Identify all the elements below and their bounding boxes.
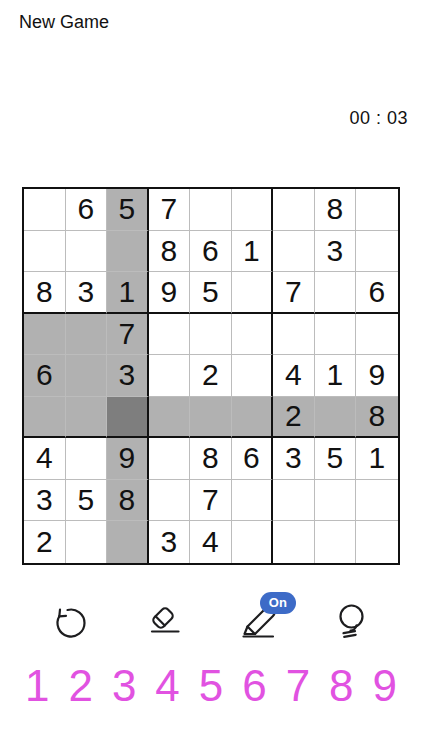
cell-r9c5[interactable]: 4 — [190, 521, 232, 563]
cell-r3c3[interactable]: 1 — [107, 272, 149, 314]
pencil-button[interactable]: On — [235, 598, 281, 646]
cell-r7c2[interactable] — [66, 438, 108, 480]
cell-r3c4[interactable]: 9 — [149, 272, 191, 314]
cell-r8c4[interactable] — [149, 480, 191, 522]
cell-r6c4[interactable] — [149, 397, 191, 439]
lightbulb-icon — [329, 600, 373, 644]
cell-r4c5[interactable] — [190, 314, 232, 356]
cell-r2c5[interactable]: 6 — [190, 231, 232, 273]
cell-r1c7[interactable] — [273, 189, 315, 231]
cell-r9c2[interactable] — [66, 521, 108, 563]
undo-button[interactable] — [48, 598, 94, 646]
cell-r2c3[interactable] — [107, 231, 149, 273]
cell-r7c7[interactable]: 3 — [273, 438, 315, 480]
cell-r2c7[interactable] — [273, 231, 315, 273]
cell-r6c8[interactable] — [315, 397, 357, 439]
cell-r3c1[interactable]: 8 — [24, 272, 66, 314]
numpad-key-9[interactable]: 9 — [373, 660, 397, 713]
cell-r5c9[interactable]: 9 — [356, 355, 398, 397]
cell-r4c8[interactable] — [315, 314, 357, 356]
cell-r3c2[interactable]: 3 — [66, 272, 108, 314]
toolbar: On — [0, 596, 422, 648]
cell-r7c6[interactable]: 6 — [232, 438, 274, 480]
cell-r6c5[interactable] — [190, 397, 232, 439]
cell-r7c1[interactable]: 4 — [24, 438, 66, 480]
numpad-key-5[interactable]: 5 — [199, 660, 223, 713]
numpad-key-6[interactable]: 6 — [242, 660, 266, 713]
eraser-icon — [142, 600, 186, 644]
cell-r1c8[interactable]: 8 — [315, 189, 357, 231]
numpad: 123456789 — [0, 660, 422, 713]
cell-r1c5[interactable] — [190, 189, 232, 231]
cell-r9c6[interactable] — [232, 521, 274, 563]
cell-r4c3[interactable]: 7 — [107, 314, 149, 356]
cell-r7c3[interactable]: 9 — [107, 438, 149, 480]
new-game-button[interactable]: New Game — [19, 12, 109, 33]
cell-r9c7[interactable] — [273, 521, 315, 563]
cell-r1c6[interactable] — [232, 189, 274, 231]
cell-r5c3[interactable]: 3 — [107, 355, 149, 397]
cell-r6c1[interactable] — [24, 397, 66, 439]
cell-r1c4[interactable]: 7 — [149, 189, 191, 231]
cell-r8c2[interactable]: 5 — [66, 480, 108, 522]
cell-r9c1[interactable]: 2 — [24, 521, 66, 563]
cell-r4c7[interactable] — [273, 314, 315, 356]
sudoku-screen: New Game 00 : 03 65788613831957676324192… — [0, 0, 422, 750]
cell-r9c9[interactable] — [356, 521, 398, 563]
cell-r6c6[interactable] — [232, 397, 274, 439]
cell-r5c1[interactable]: 6 — [24, 355, 66, 397]
cell-r7c8[interactable]: 5 — [315, 438, 357, 480]
undo-icon — [49, 600, 93, 644]
numpad-key-7[interactable]: 7 — [286, 660, 310, 713]
cell-r8c6[interactable] — [232, 480, 274, 522]
numpad-key-3[interactable]: 3 — [112, 660, 136, 713]
cell-r2c9[interactable] — [356, 231, 398, 273]
pencil-on-badge: On — [260, 592, 296, 614]
cell-r3c6[interactable] — [232, 272, 274, 314]
cell-r4c6[interactable] — [232, 314, 274, 356]
cell-r6c9[interactable]: 8 — [356, 397, 398, 439]
cell-r3c5[interactable]: 5 — [190, 272, 232, 314]
cell-r9c4[interactable]: 3 — [149, 521, 191, 563]
cell-r2c8[interactable]: 3 — [315, 231, 357, 273]
cell-r5c8[interactable]: 1 — [315, 355, 357, 397]
cell-r9c3[interactable] — [107, 521, 149, 563]
cell-r1c1[interactable] — [24, 189, 66, 231]
numpad-key-8[interactable]: 8 — [329, 660, 353, 713]
cell-r4c9[interactable] — [356, 314, 398, 356]
sudoku-board: 65788613831957676324192849863513587234 — [22, 187, 400, 565]
cell-r2c4[interactable]: 8 — [149, 231, 191, 273]
cell-r5c7[interactable]: 4 — [273, 355, 315, 397]
cell-r3c8[interactable] — [315, 272, 357, 314]
timer: 00 : 03 — [349, 108, 408, 129]
cell-r7c4[interactable] — [149, 438, 191, 480]
cell-r2c1[interactable] — [24, 231, 66, 273]
cell-r7c5[interactable]: 8 — [190, 438, 232, 480]
numpad-key-2[interactable]: 2 — [68, 660, 92, 713]
cell-r7c9[interactable]: 1 — [356, 438, 398, 480]
cell-r5c5[interactable]: 2 — [190, 355, 232, 397]
cell-r9c8[interactable] — [315, 521, 357, 563]
cell-r6c3[interactable] — [107, 397, 149, 439]
cell-r3c7[interactable]: 7 — [273, 272, 315, 314]
numpad-key-1[interactable]: 1 — [25, 660, 49, 713]
cell-r4c2[interactable] — [66, 314, 108, 356]
cell-r8c5[interactable]: 7 — [190, 480, 232, 522]
cell-r8c7[interactable] — [273, 480, 315, 522]
cell-r2c2[interactable] — [66, 231, 108, 273]
cell-r4c1[interactable] — [24, 314, 66, 356]
cell-r8c3[interactable]: 8 — [107, 480, 149, 522]
cell-r1c3[interactable]: 5 — [107, 189, 149, 231]
cell-r6c7[interactable]: 2 — [273, 397, 315, 439]
numpad-key-4[interactable]: 4 — [155, 660, 179, 713]
hint-button[interactable] — [328, 598, 374, 646]
cell-r8c9[interactable] — [356, 480, 398, 522]
cell-r3c9[interactable]: 6 — [356, 272, 398, 314]
cell-r6c2[interactable] — [66, 397, 108, 439]
eraser-button[interactable] — [141, 598, 187, 646]
cell-r5c6[interactable] — [232, 355, 274, 397]
cell-r8c1[interactable]: 3 — [24, 480, 66, 522]
cell-r1c2[interactable]: 6 — [66, 189, 108, 231]
cell-r2c6[interactable]: 1 — [232, 231, 274, 273]
cell-r5c4[interactable] — [149, 355, 191, 397]
cell-r4c4[interactable] — [149, 314, 191, 356]
cell-r8c8[interactable] — [315, 480, 357, 522]
cell-r5c2[interactable] — [66, 355, 108, 397]
cell-r1c9[interactable] — [356, 189, 398, 231]
